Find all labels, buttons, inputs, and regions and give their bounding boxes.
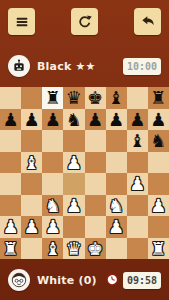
square-c6[interactable] — [42, 130, 63, 152]
square-f3[interactable]: ♞ — [106, 195, 127, 217]
square-a2[interactable]: ♟ — [0, 216, 21, 238]
square-b6[interactable] — [21, 130, 42, 152]
restart-game-button[interactable] — [71, 8, 98, 35]
white-clock: 09:58 — [123, 272, 161, 289]
square-b1[interactable] — [21, 238, 42, 260]
white-bishop: ♝ — [24, 152, 40, 173]
square-h4[interactable] — [148, 173, 169, 195]
square-e4[interactable] — [85, 173, 106, 195]
square-b2[interactable]: ♟ — [21, 216, 42, 238]
white-pawn: ♟ — [108, 216, 124, 237]
black-clock: 10:00 — [123, 58, 161, 75]
square-c4[interactable] — [42, 173, 63, 195]
square-g6[interactable]: ♝ — [127, 130, 148, 152]
square-c1[interactable]: ♝ — [42, 238, 63, 260]
square-e5[interactable] — [85, 152, 106, 174]
white-king: ♚ — [87, 238, 103, 259]
square-f2[interactable]: ♟ — [106, 216, 127, 238]
black-queen: ♛ — [66, 87, 82, 108]
square-d4[interactable] — [63, 173, 84, 195]
undo-icon — [140, 14, 156, 30]
black-avatar — [8, 55, 30, 77]
square-b5[interactable]: ♝ — [21, 152, 42, 174]
square-d3[interactable]: ♟ — [63, 195, 84, 217]
square-d7[interactable]: ♞ — [63, 109, 84, 131]
square-b3[interactable] — [21, 195, 42, 217]
square-h7[interactable]: ♟ — [148, 109, 169, 131]
square-h2[interactable] — [148, 216, 169, 238]
square-b7[interactable]: ♟ — [21, 109, 42, 131]
white-pawn: ♟ — [45, 216, 61, 237]
square-a5[interactable] — [0, 152, 21, 174]
square-d2[interactable] — [63, 216, 84, 238]
white-knight: ♞ — [45, 195, 61, 216]
square-d1[interactable]: ♛ — [63, 238, 84, 260]
white-pawn: ♟ — [129, 173, 145, 194]
square-a7[interactable]: ♟ — [0, 109, 21, 131]
white-bishop: ♝ — [45, 238, 61, 259]
white-pawn: ♟ — [2, 216, 18, 237]
menu-button[interactable] — [8, 8, 35, 35]
square-a6[interactable] — [0, 130, 21, 152]
black-pawn: ♟ — [150, 109, 166, 130]
square-a4[interactable] — [0, 173, 21, 195]
black-pawn: ♟ — [24, 109, 40, 130]
black-pawn: ♟ — [129, 109, 145, 130]
square-e2[interactable] — [85, 216, 106, 238]
square-c3[interactable]: ♞ — [42, 195, 63, 217]
square-h8[interactable]: ♜ — [148, 87, 169, 109]
chess-board[interactable]: ♜♛♚♝♜♟♟♟♞♟♟♟♟♝♞♝♟♟♞♟♞♟♟♟♟♟♜♝♛♚♜ — [0, 87, 169, 259]
square-b8[interactable] — [21, 87, 42, 109]
white-pawn: ♟ — [24, 216, 40, 237]
square-c5[interactable] — [42, 152, 63, 174]
app: Black ★★ 10:00 ♜♛♚♝♜♟♟♟♞♟♟♟♟♝♞♝♟♟♞♟♞♟♟♟♟… — [0, 0, 169, 300]
square-d6[interactable] — [63, 130, 84, 152]
black-rook: ♜ — [150, 87, 166, 108]
white-knight: ♞ — [108, 195, 124, 216]
square-d8[interactable]: ♛ — [63, 87, 84, 109]
black-pawn: ♟ — [45, 109, 61, 130]
black-knight: ♞ — [150, 130, 166, 151]
square-h1[interactable]: ♜ — [148, 238, 169, 260]
face-icon — [10, 271, 28, 289]
square-f7[interactable]: ♟ — [106, 109, 127, 131]
square-d5[interactable]: ♟ — [63, 152, 84, 174]
square-g5[interactable] — [127, 152, 148, 174]
square-g7[interactable]: ♟ — [127, 109, 148, 131]
square-e6[interactable] — [85, 130, 106, 152]
white-player-row: White (0) 09:58 — [0, 266, 169, 294]
white-rook: ♜ — [150, 238, 166, 259]
black-bishop: ♝ — [129, 130, 145, 151]
square-f5[interactable] — [106, 152, 127, 174]
black-pawn: ♟ — [2, 109, 18, 130]
white-queen: ♛ — [66, 238, 82, 259]
menu-icon — [14, 14, 30, 30]
black-player-row: Black ★★ 10:00 — [0, 52, 169, 80]
square-g4[interactable]: ♟ — [127, 173, 148, 195]
square-h3[interactable]: ♟ — [148, 195, 169, 217]
square-f1[interactable] — [106, 238, 127, 260]
black-pawn: ♟ — [108, 109, 124, 130]
square-a1[interactable]: ♜ — [0, 238, 21, 260]
white-avatar — [8, 269, 30, 291]
stopwatch-icon — [104, 269, 121, 290]
white-pawn: ♟ — [66, 195, 82, 216]
white-pawn: ♟ — [66, 152, 82, 173]
square-c7[interactable]: ♟ — [42, 109, 63, 131]
black-king: ♚ — [87, 87, 103, 108]
square-e1[interactable]: ♚ — [85, 238, 106, 260]
square-a3[interactable] — [0, 195, 21, 217]
toolbar — [0, 0, 169, 35]
white-player-label: White (0) — [37, 274, 97, 287]
black-rook: ♜ — [45, 87, 61, 108]
black-bishop: ♝ — [108, 87, 124, 108]
square-f6[interactable] — [106, 130, 127, 152]
square-e8[interactable]: ♚ — [85, 87, 106, 109]
square-e3[interactable] — [85, 195, 106, 217]
square-c8[interactable]: ♜ — [42, 87, 63, 109]
square-a8[interactable] — [0, 87, 21, 109]
square-g1[interactable] — [127, 238, 148, 260]
square-b4[interactable] — [21, 173, 42, 195]
square-h6[interactable]: ♞ — [148, 130, 169, 152]
robot-icon — [10, 57, 28, 75]
black-pawn: ♟ — [87, 109, 103, 130]
square-f4[interactable] — [106, 173, 127, 195]
square-g2[interactable] — [127, 216, 148, 238]
black-knight: ♞ — [66, 109, 82, 130]
square-c2[interactable]: ♟ — [42, 216, 63, 238]
white-pawn: ♟ — [150, 195, 166, 216]
white-rook: ♜ — [2, 238, 18, 259]
refresh-icon — [77, 14, 93, 30]
square-g3[interactable] — [127, 195, 148, 217]
undo-button[interactable] — [134, 8, 161, 35]
square-f8[interactable]: ♝ — [106, 87, 127, 109]
square-h5[interactable] — [148, 152, 169, 174]
square-g8[interactable] — [127, 87, 148, 109]
square-e7[interactable]: ♟ — [85, 109, 106, 131]
black-player-label: Black ★★ — [37, 60, 96, 73]
